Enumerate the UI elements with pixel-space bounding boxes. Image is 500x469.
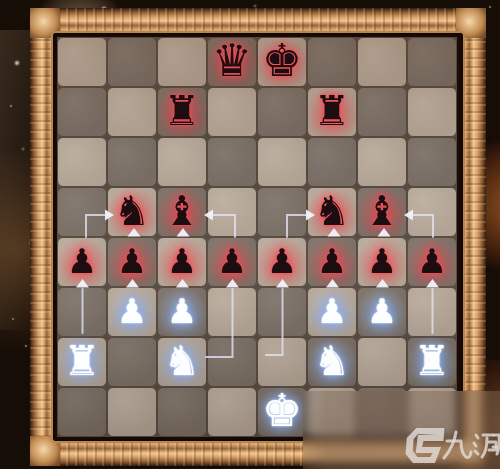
square-d2[interactable] [207,337,257,387]
square-g2[interactable] [357,337,407,387]
square-h4[interactable]: ♟ [407,237,457,287]
black-rook: ♜ [164,87,201,135]
square-b4[interactable]: ♟ [107,237,157,287]
square-e2[interactable] [257,337,307,387]
white-pawn: ♟ [167,287,197,335]
white-rook: ♜ [64,337,101,385]
square-e5[interactable] [257,187,307,237]
square-h5[interactable] [407,187,457,237]
black-bishop: ♝ [364,187,401,235]
square-g7[interactable] [357,87,407,137]
black-pawn: ♟ [167,237,197,285]
square-h2[interactable]: ♜ [407,337,457,387]
square-e7[interactable] [257,87,307,137]
square-f2[interactable]: ♞ [307,337,357,387]
square-b8[interactable] [107,37,157,87]
black-pawn: ♟ [317,237,347,285]
square-f5[interactable]: ♞ [307,187,357,237]
white-knight: ♞ [164,337,201,385]
square-h7[interactable] [407,87,457,137]
black-pawn: ♟ [367,237,397,285]
watermark [303,391,500,469]
square-e4[interactable]: ♟ [257,237,307,287]
square-d8[interactable]: ♛ [207,37,257,87]
black-pawn: ♟ [117,237,147,285]
square-c6[interactable] [157,137,207,187]
black-queen: ♛ [212,37,252,85]
square-b1[interactable] [107,387,157,437]
square-h8[interactable] [407,37,457,87]
black-knight: ♞ [314,187,351,235]
jiuyou-text-strokes [444,432,500,458]
square-g4[interactable]: ♟ [357,237,407,287]
square-e6[interactable] [257,137,307,187]
sparkle-particles [0,0,2,2]
square-h3[interactable] [407,287,457,337]
square-c2[interactable]: ♞ [157,337,207,387]
square-e1[interactable]: ♚ [257,387,307,437]
white-king: ♚ [262,387,302,435]
black-pawn: ♟ [217,237,247,285]
square-a3[interactable] [57,287,107,337]
square-c4[interactable]: ♟ [157,237,207,287]
square-f4[interactable]: ♟ [307,237,357,287]
black-pawn: ♟ [67,237,97,285]
black-bishop: ♝ [164,187,201,235]
square-b2[interactable] [107,337,157,387]
square-a8[interactable] [57,37,107,87]
square-d3[interactable] [207,287,257,337]
square-c1[interactable] [157,387,207,437]
square-h6[interactable] [407,137,457,187]
white-pawn: ♟ [317,287,347,335]
square-d7[interactable] [207,87,257,137]
square-b7[interactable] [107,87,157,137]
square-b5[interactable]: ♞ [107,187,157,237]
square-g6[interactable] [357,137,407,187]
square-g5[interactable]: ♝ [357,187,407,237]
square-a7[interactable] [57,87,107,137]
square-g8[interactable] [357,37,407,87]
square-d5[interactable] [207,187,257,237]
black-rook: ♜ [314,87,351,135]
square-f7[interactable]: ♜ [307,87,357,137]
square-c3[interactable]: ♟ [157,287,207,337]
square-a5[interactable] [57,187,107,237]
square-b3[interactable]: ♟ [107,287,157,337]
square-f8[interactable] [307,37,357,87]
black-knight: ♞ [114,187,151,235]
square-f6[interactable] [307,137,357,187]
square-e3[interactable] [257,287,307,337]
black-pawn: ♟ [267,237,297,285]
square-b6[interactable] [107,137,157,187]
white-knight: ♞ [314,337,351,385]
square-a6[interactable] [57,137,107,187]
white-pawn: ♟ [367,287,397,335]
board: ♛♚♜♜♞♝♞♝♟♟♟♟♟♟♟♟♟♟♟♟♜♞♞♜♚ [57,37,457,437]
square-c8[interactable] [157,37,207,87]
square-a4[interactable]: ♟ [57,237,107,287]
square-f3[interactable]: ♟ [307,287,357,337]
square-c5[interactable]: ♝ [157,187,207,237]
square-e8[interactable]: ♚ [257,37,307,87]
white-rook: ♜ [414,337,451,385]
white-pawn: ♟ [117,287,147,335]
game-screenshot: ♛♚♜♜♞♝♞♝♟♟♟♟♟♟♟♟♟♟♟♟♜♞♞♜♚ [0,0,500,469]
square-a2[interactable]: ♜ [57,337,107,387]
square-g3[interactable]: ♟ [357,287,407,337]
square-d4[interactable]: ♟ [207,237,257,287]
black-king: ♚ [262,37,302,85]
black-pawn: ♟ [417,237,447,285]
square-d6[interactable] [207,137,257,187]
square-a1[interactable] [57,387,107,437]
square-c7[interactable]: ♜ [157,87,207,137]
jiuyou-g-logo [405,428,444,463]
jiuyou-logo-and-text [303,391,500,469]
square-d1[interactable] [207,387,257,437]
